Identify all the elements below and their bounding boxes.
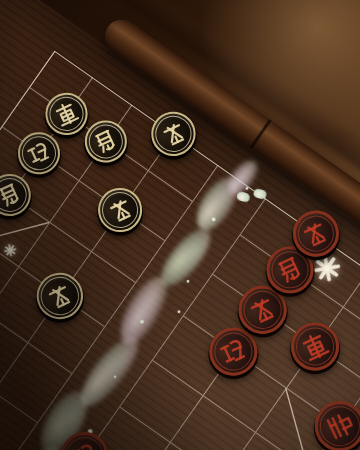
cannon-character-glyph — [65, 436, 105, 450]
horse-character-glyph — [0, 178, 27, 213]
soldier-character-glyph — [297, 214, 336, 253]
general-character-glyph — [319, 406, 360, 447]
cannon-character-glyph — [22, 136, 57, 171]
soldier-character-glyph — [41, 277, 78, 314]
chariot-character-glyph — [295, 327, 335, 367]
soldier-character-glyph — [102, 192, 138, 228]
soldier-character-glyph — [156, 116, 192, 152]
xiangqi-photo-scene — [0, 0, 360, 450]
rail-joint-seam — [250, 119, 272, 149]
cannon-character-glyph — [213, 332, 253, 372]
soldier-character-glyph — [243, 290, 283, 330]
chariot-character-glyph — [49, 97, 84, 132]
horse-character-glyph — [271, 251, 310, 290]
xiangqi-board[interactable] — [0, 0, 360, 450]
horse-character-glyph — [89, 124, 124, 159]
